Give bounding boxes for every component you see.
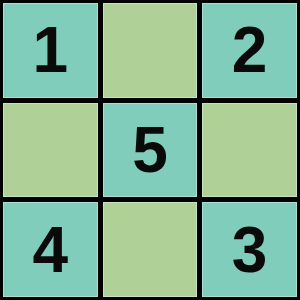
cell-r2c2[interactable]: 5 — [103, 103, 198, 198]
cell-r2c1[interactable] — [3, 103, 98, 198]
cell-r3c3[interactable]: 3 — [202, 202, 297, 297]
sudoku-board: 1 2 5 4 3 — [0, 0, 300, 300]
cell-r3c2[interactable] — [103, 202, 198, 297]
cell-r1c2[interactable] — [103, 3, 198, 98]
cell-r1c3[interactable]: 2 — [202, 3, 297, 98]
cell-r2c3[interactable] — [202, 103, 297, 198]
cell-r3c1[interactable]: 4 — [3, 202, 98, 297]
cell-r1c1[interactable]: 1 — [3, 3, 98, 98]
